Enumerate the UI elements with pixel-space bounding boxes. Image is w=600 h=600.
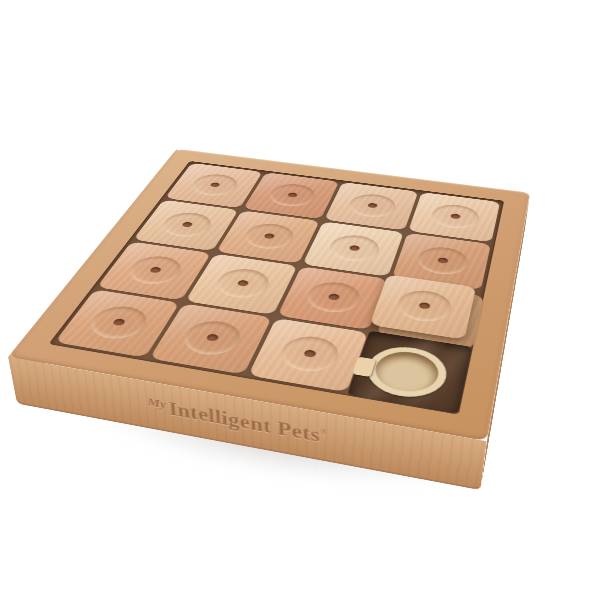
treat-cup-bowl: [370, 348, 443, 396]
scent-hole: [287, 192, 298, 197]
scent-hole: [367, 203, 378, 209]
treat-recess-dimple: [239, 221, 299, 252]
registered-trademark-icon: ®: [320, 426, 328, 436]
brand-my: My: [147, 394, 167, 411]
treat-recess-dimple: [156, 210, 217, 240]
puzzle-tile-r2c4[interactable]: [392, 233, 491, 290]
scent-hole: [450, 213, 461, 219]
puzzle-scene: MyIntelligent Pets®: [90, 55, 510, 475]
scent-hole: [303, 349, 317, 358]
puzzle-tile-r3c3[interactable]: [277, 266, 387, 330]
scent-hole: [418, 302, 430, 309]
treat-recess-dimple: [325, 232, 384, 264]
treat-recess-dimple: [176, 317, 247, 358]
stacked-top-tile[interactable]: [370, 274, 476, 339]
board-cell-r3c1: [97, 242, 212, 301]
scent-hole: [209, 182, 220, 187]
board-cell-r2c3: [302, 221, 403, 276]
scent-hole: [205, 333, 219, 341]
puzzle-tile-r4c2[interactable]: [149, 303, 272, 374]
board-cell-r3c4: [373, 279, 480, 345]
puzzle-tile-r2c3[interactable]: [302, 221, 403, 276]
treat-recess-dimple: [210, 266, 275, 301]
treat-cup: [360, 342, 452, 403]
slide-tab: [352, 356, 376, 376]
board-cell-r4c2: [149, 303, 272, 374]
scent-hole: [236, 279, 249, 286]
treat-recess-dimple: [186, 172, 243, 198]
treat-recess-dimple: [428, 202, 481, 231]
treat-recess-dimple: [414, 244, 471, 277]
treat-recess-dimple: [400, 296, 462, 335]
puzzle-board-3d: MyIntelligent Pets®: [8, 149, 530, 442]
tile-grid: [55, 163, 501, 411]
treat-recess-dimple: [122, 253, 188, 287]
scent-hole: [437, 257, 448, 264]
board-cell-r4c1: [55, 289, 180, 357]
treat-recess-dimple: [345, 192, 400, 220]
treat-recess-dimple: [393, 287, 455, 325]
puzzle-tile-r3c1[interactable]: [97, 242, 212, 301]
scent-hole: [181, 221, 193, 227]
puzzle-tile-r4c3[interactable]: [248, 318, 368, 392]
board-cell-r3c3: [277, 266, 387, 330]
stacked-under-tile[interactable]: [376, 283, 483, 350]
scent-hole: [112, 318, 126, 326]
treat-recess-dimple: [82, 303, 155, 343]
product-photo-stage: MyIntelligent Pets®: [0, 0, 600, 600]
scent-hole: [348, 245, 360, 251]
treat-recess-dimple: [301, 279, 365, 316]
treat-recess-dimple: [274, 332, 344, 375]
scent-hole: [263, 233, 275, 239]
board-cell-r4c4: [351, 333, 468, 410]
board-cell-r4c3: [248, 318, 368, 392]
board-cell-r2c4: [392, 233, 491, 290]
scent-hole: [425, 311, 437, 319]
puzzle-tile-r4c1[interactable]: [55, 289, 180, 357]
scent-hole: [327, 293, 340, 300]
treat-recess-dimple: [264, 182, 320, 209]
scent-hole: [149, 266, 162, 273]
treat-compartment: [347, 331, 472, 414]
